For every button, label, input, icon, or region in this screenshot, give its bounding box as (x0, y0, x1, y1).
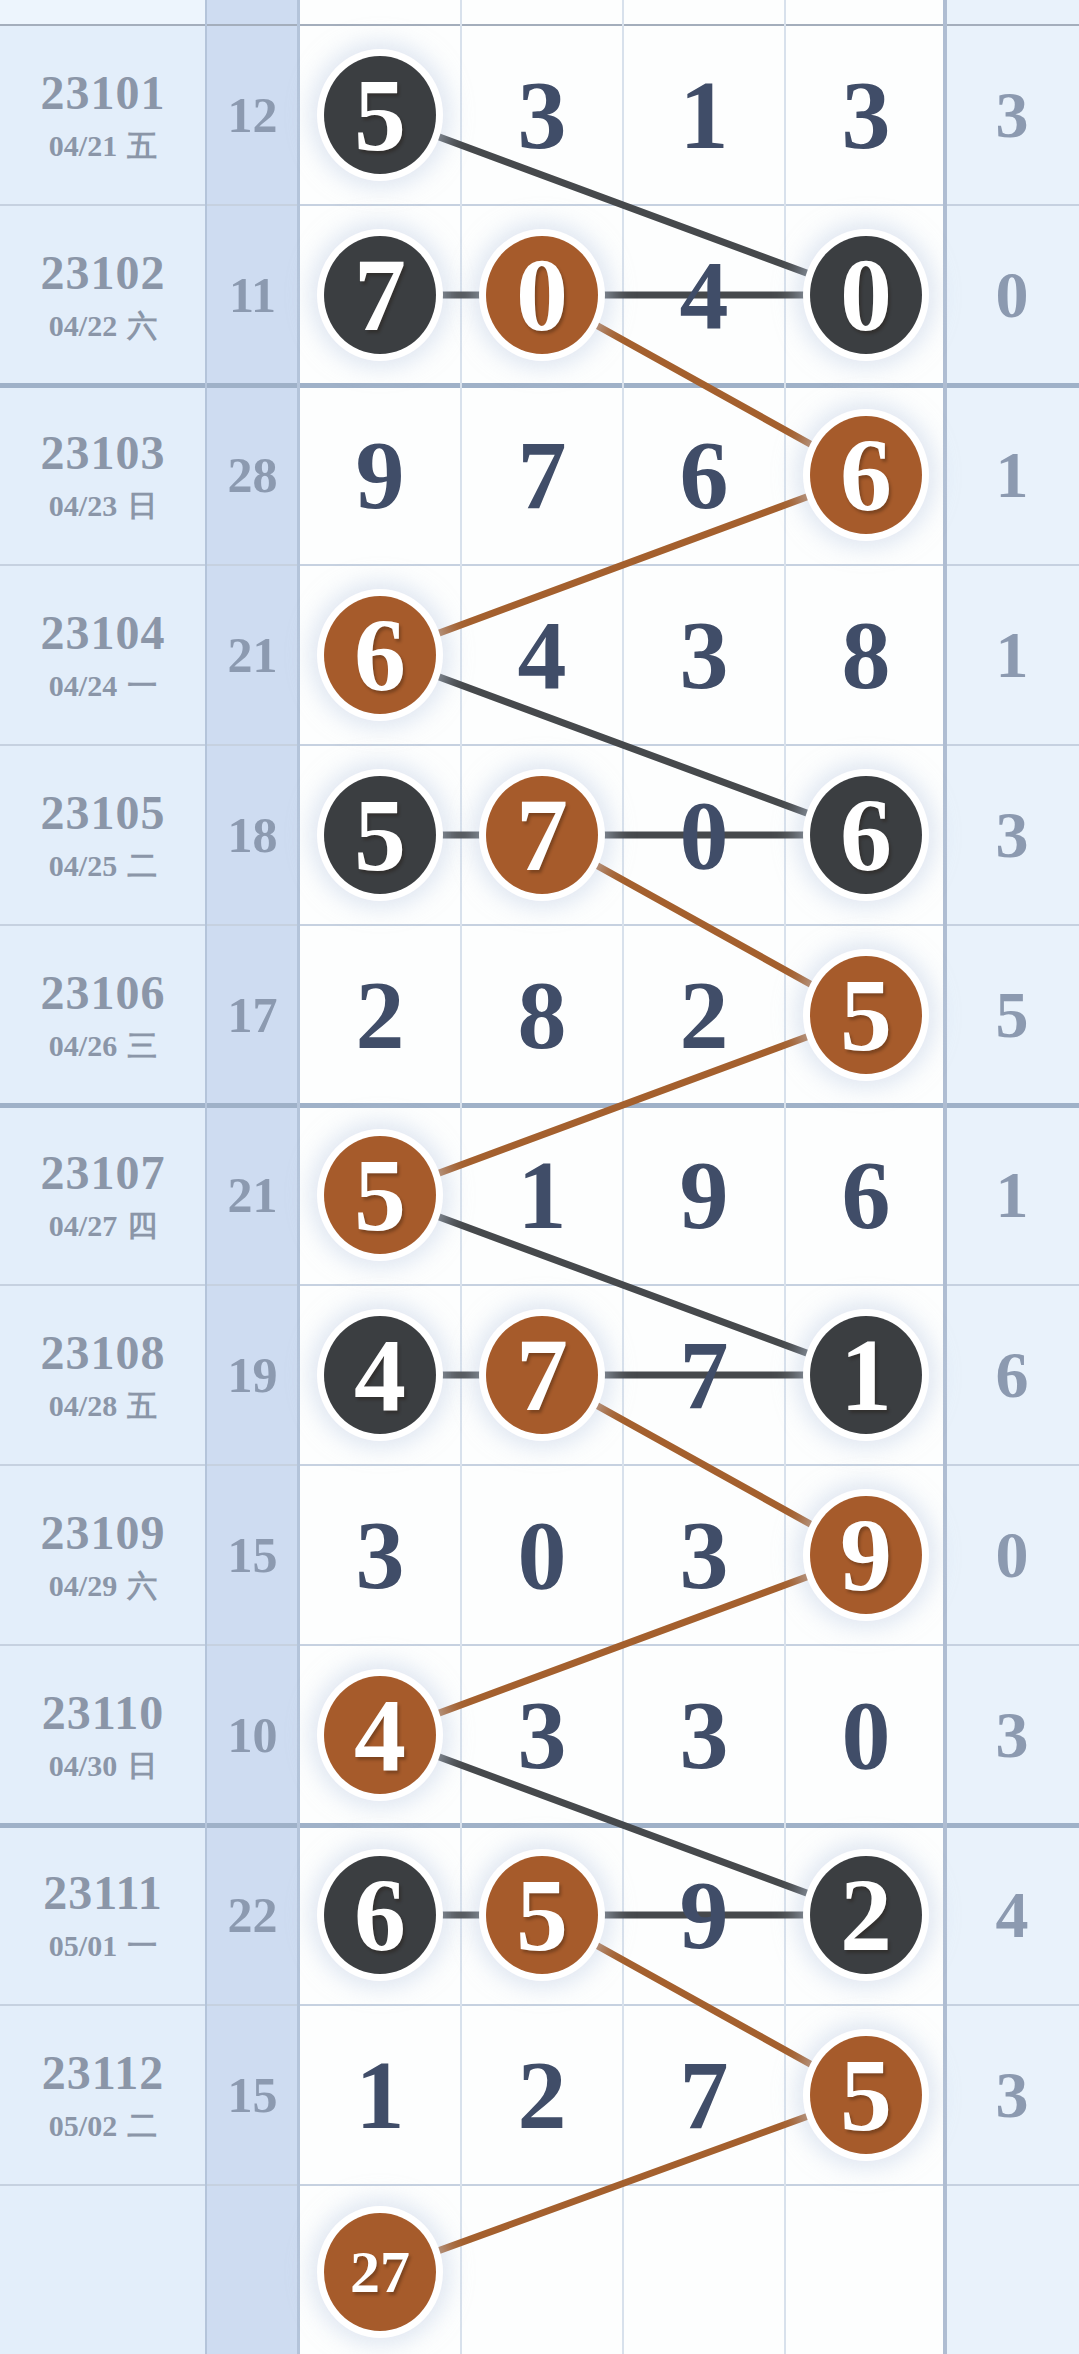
extra-digit-cell: 3 (945, 2005, 1079, 2185)
weekday-text: 六 (127, 309, 157, 342)
extra-digit-value: 0 (996, 1517, 1029, 1593)
issue-number: 23107 (41, 1149, 166, 1197)
extra-digit-value: 4 (996, 1877, 1029, 1953)
weekday-text: 三 (127, 1029, 157, 1062)
circled-digit-value: 0 (840, 243, 892, 347)
circled-digit-orange: 7 (486, 1316, 598, 1434)
digit-value: 1 (356, 2046, 405, 2144)
sum-value: 12 (228, 86, 278, 144)
digit-value: 0 (518, 1506, 567, 1604)
digit-value: 0 (842, 1686, 891, 1784)
circled-digit-dark: 4 (324, 1316, 436, 1434)
extra-digit-cell: 1 (945, 565, 1079, 745)
draw-date: 04/25二 (49, 851, 157, 881)
sum-cell: 15 (206, 1465, 299, 1645)
issue-cell: 2310204/22六 (0, 205, 206, 385)
issue-cell: 2310504/25二 (0, 745, 206, 925)
digit-value: 1 (680, 66, 729, 164)
digit-cell: 3 (623, 565, 785, 745)
issue-number: 23112 (42, 2049, 164, 2097)
issue-number: 23111 (43, 1869, 163, 1917)
issue-cell: 2310804/28五 (0, 1285, 206, 1465)
sum-value: 19 (228, 1346, 278, 1404)
sum-value: 22 (228, 1886, 278, 1944)
circled-digit-value: 6 (840, 423, 892, 527)
circled-digit-value: 6 (840, 783, 892, 887)
sum-cell: 21 (206, 565, 299, 745)
digit-value: 3 (356, 1506, 405, 1604)
digit-value: 8 (842, 606, 891, 704)
circled-digit-orange: 4 (324, 1676, 436, 1794)
digit-cell: 8 (785, 565, 947, 745)
extra-digit-value: 3 (996, 1697, 1029, 1773)
sum-value: 21 (228, 626, 278, 684)
digit-value: 3 (680, 1506, 729, 1604)
issue-number: 23110 (42, 1689, 164, 1737)
sum-value: 28 (228, 446, 278, 504)
extra-digit-value: 3 (996, 2057, 1029, 2133)
sum-cell: 22 (206, 1825, 299, 2005)
circled-digit-orange: 0 (486, 236, 598, 354)
digit-value: 7 (518, 426, 567, 524)
date-text: 05/01 (49, 1929, 117, 1962)
digit-value: 3 (518, 1686, 567, 1784)
digit-value: 9 (680, 1146, 729, 1244)
draw-date: 04/22六 (49, 311, 157, 341)
extra-digit-value: 3 (996, 77, 1029, 153)
extra-digit-cell: 6 (945, 1285, 1079, 1465)
issue-cell: 2311205/02二 (0, 2005, 206, 2185)
issue-number: 23108 (41, 1329, 166, 1377)
weekday-text: 五 (127, 1389, 157, 1422)
extra-digit-cell: 3 (945, 25, 1079, 205)
circled-digit-dark: 2 (810, 1856, 922, 1974)
issue-cell: 2310704/27四 (0, 1105, 206, 1285)
digit-value: 3 (518, 66, 567, 164)
circled-digit-value: 2 (840, 1863, 892, 1967)
digit-cell: 2 (299, 925, 461, 1105)
circled-digit-orange: 5 (810, 956, 922, 1074)
circled-digit-orange: 5 (486, 1856, 598, 1974)
date-text: 04/25 (49, 849, 117, 882)
digit-value: 7 (680, 2046, 729, 2144)
circled-digit-value: 5 (354, 1143, 406, 1247)
circled-digit-value: 4 (354, 1683, 406, 1787)
extra-digit-cell: 5 (945, 925, 1079, 1105)
digit-value: 6 (680, 426, 729, 524)
date-text: 05/02 (49, 2109, 117, 2142)
issue-number: 23104 (41, 609, 166, 657)
extra-digit-value: 1 (996, 437, 1029, 513)
digit-cell: 6 (623, 385, 785, 565)
weekday-text: 二 (127, 849, 157, 882)
draw-date: 04/24一 (49, 671, 157, 701)
sum-value: 10 (228, 1706, 278, 1764)
circled-digit-value: 0 (516, 243, 568, 347)
extra-digit-cell: 0 (945, 205, 1079, 385)
draw-date: 04/28五 (49, 1391, 157, 1421)
circled-digit-value: 7 (516, 783, 568, 887)
digit-cell: 9 (623, 1825, 785, 2005)
draw-date: 04/21五 (49, 131, 157, 161)
issue-cell: 2310904/29六 (0, 1465, 206, 1645)
date-text: 04/30 (49, 1749, 117, 1782)
circled-digit-orange: 5 (810, 2036, 922, 2154)
digit-cell: 2 (623, 925, 785, 1105)
digit-value: 9 (356, 426, 405, 524)
issue-cell: 2310304/23日 (0, 385, 206, 565)
digit-cell: 3 (785, 25, 947, 205)
sum-cell: 12 (206, 25, 299, 205)
digit-value: 6 (842, 1146, 891, 1244)
draw-date: 05/02二 (49, 2111, 157, 2141)
digit-cell: 3 (299, 1465, 461, 1645)
digit-cell: 7 (623, 2005, 785, 2185)
date-text: 04/29 (49, 1569, 117, 1602)
issue-cell: 2311105/01一 (0, 1825, 206, 2005)
circled-digit-dark: 0 (810, 236, 922, 354)
digit-cell: 0 (461, 1465, 623, 1645)
issue-number: 23102 (41, 249, 166, 297)
date-text: 04/21 (49, 129, 117, 162)
circled-digit-value: 5 (354, 783, 406, 887)
digit-value: 2 (518, 2046, 567, 2144)
circled-digit-orange: 5 (324, 1136, 436, 1254)
digit-cell: 1 (299, 2005, 461, 2185)
extra-digit-value: 1 (996, 617, 1029, 693)
circled-digit-orange: 9 (810, 1496, 922, 1614)
sum-value: 11 (229, 266, 276, 324)
circled-digit-dark: 1 (810, 1316, 922, 1434)
draw-date: 04/30日 (49, 1751, 157, 1781)
circled-digit-value: 7 (516, 1323, 568, 1427)
circled-digit-value: 9 (840, 1503, 892, 1607)
date-text: 04/23 (49, 489, 117, 522)
weekday-text: 日 (127, 489, 157, 522)
extra-digit-value: 3 (996, 797, 1029, 873)
issue-number: 23101 (41, 69, 166, 117)
circled-digit-value: 4 (354, 1323, 406, 1427)
next-issue-marker-value: 27 (350, 2242, 410, 2302)
draw-date: 05/01一 (49, 1931, 157, 1961)
sum-cell: 18 (206, 745, 299, 925)
digit-cell: 1 (623, 25, 785, 205)
digit-value: 8 (518, 966, 567, 1064)
digit-cell: 3 (623, 1465, 785, 1645)
circled-digit-value: 1 (840, 1323, 892, 1427)
weekday-text: 一 (127, 1929, 157, 1962)
digit-cell: 3 (623, 1645, 785, 1825)
extra-digit-cell: 1 (945, 1105, 1079, 1285)
circled-digit-orange: 6 (324, 596, 436, 714)
circled-digit-value: 5 (516, 1863, 568, 1967)
sum-cell: 21 (206, 1105, 299, 1285)
circled-digit-dark: 5 (324, 56, 436, 174)
extra-digit-cell: 1 (945, 385, 1079, 565)
date-text: 04/28 (49, 1389, 117, 1422)
issue-cell: 2310604/26三 (0, 925, 206, 1105)
date-text: 04/27 (49, 1209, 117, 1242)
digit-value: 3 (680, 1686, 729, 1784)
next-issue-marker: 27 (324, 2213, 436, 2331)
sum-cell: 10 (206, 1645, 299, 1825)
weekday-text: 一 (127, 669, 157, 702)
digit-value: 4 (518, 606, 567, 704)
digit-value: 9 (680, 1866, 729, 1964)
sum-value: 17 (228, 986, 278, 1044)
digit-value: 3 (680, 606, 729, 704)
digit-value: 1 (518, 1146, 567, 1244)
sum-cell: 11 (206, 205, 299, 385)
sum-value: 15 (228, 1526, 278, 1584)
digit-cell: 7 (461, 385, 623, 565)
weekday-text: 日 (127, 1749, 157, 1782)
circled-digit-value: 6 (354, 603, 406, 707)
date-text: 04/26 (49, 1029, 117, 1062)
digit-cell: 3 (461, 25, 623, 205)
digit-value: 7 (680, 1326, 729, 1424)
digit-cell: 4 (623, 205, 785, 385)
digit-cell: 9 (299, 385, 461, 565)
lottery-trend-chart: 2310104/21五12531332310204/22六11704002310… (0, 0, 1079, 2354)
circled-digit-dark: 6 (324, 1856, 436, 1974)
digit-value: 0 (680, 786, 729, 884)
sum-cell: 15 (206, 2005, 299, 2185)
digit-cell: 1 (461, 1105, 623, 1285)
extra-digit-cell: 4 (945, 1825, 1079, 2005)
circled-digit-dark: 6 (810, 776, 922, 894)
digit-cell: 7 (623, 1285, 785, 1465)
digit-cell: 6 (785, 1105, 947, 1285)
digit-cell: 0 (623, 745, 785, 925)
circled-digit-value: 7 (354, 243, 406, 347)
digit-value: 2 (680, 966, 729, 1064)
weekday-text: 六 (127, 1569, 157, 1602)
digit-value: 3 (842, 66, 891, 164)
sum-value: 21 (228, 1166, 278, 1224)
extra-digit-cell: 3 (945, 1645, 1079, 1825)
digit-cell: 0 (785, 1645, 947, 1825)
weekday-text: 五 (127, 129, 157, 162)
issue-number: 23106 (41, 969, 166, 1017)
circled-digit-value: 5 (840, 2043, 892, 2147)
sum-cell: 19 (206, 1285, 299, 1465)
sum-cell: 17 (206, 925, 299, 1105)
issue-number: 23105 (41, 789, 166, 837)
circled-digit-value: 5 (840, 963, 892, 1067)
circled-digit-value: 6 (354, 1863, 406, 1967)
digit-cell: 9 (623, 1105, 785, 1285)
draw-date: 04/29六 (49, 1571, 157, 1601)
sum-value: 15 (228, 2066, 278, 2124)
issue-cell: 2310104/21五 (0, 25, 206, 205)
extra-digit-cell: 3 (945, 745, 1079, 925)
draw-date: 04/26三 (49, 1031, 157, 1061)
extra-digit-value: 6 (996, 1337, 1029, 1413)
circled-digit-orange: 6 (810, 416, 922, 534)
extra-digit-value: 1 (996, 1157, 1029, 1233)
issue-cell: 2310404/24一 (0, 565, 206, 745)
digit-cell: 8 (461, 925, 623, 1105)
extra-digit-value: 5 (996, 977, 1029, 1053)
sum-value: 18 (228, 806, 278, 864)
draw-date: 04/27四 (49, 1211, 157, 1241)
circled-digit-dark: 7 (324, 236, 436, 354)
circled-digit-dark: 5 (324, 776, 436, 894)
digit-cell: 4 (461, 565, 623, 745)
extra-digit-cell: 0 (945, 1465, 1079, 1645)
digit-cell: 3 (461, 1645, 623, 1825)
circled-digit-orange: 7 (486, 776, 598, 894)
date-text: 04/24 (49, 669, 117, 702)
digit-cell: 2 (461, 2005, 623, 2185)
issue-cell: 2311004/30日 (0, 1645, 206, 1825)
weekday-text: 二 (127, 2109, 157, 2142)
digit-value: 4 (680, 246, 729, 344)
circled-digit-value: 5 (354, 63, 406, 167)
issue-number: 23103 (41, 429, 166, 477)
digit-value: 2 (356, 966, 405, 1064)
extra-digit-value: 0 (996, 257, 1029, 333)
weekday-text: 四 (127, 1209, 157, 1242)
draw-date: 04/23日 (49, 491, 157, 521)
date-text: 04/22 (49, 309, 117, 342)
issue-number: 23109 (41, 1509, 166, 1557)
sum-cell: 28 (206, 385, 299, 565)
